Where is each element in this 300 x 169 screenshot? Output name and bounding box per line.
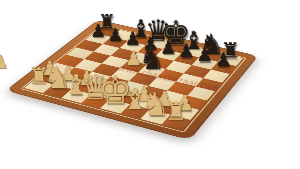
black-pawn-g7[interactable]: ♟ — [196, 46, 213, 65]
black-knight-e5[interactable]: ♞ — [139, 44, 165, 73]
chess-set-photo: ♟ www.chessbazaar.com ♜♝♛♚♝♞♜♟♟♟♟♟♟♟♟♞♟♟… — [0, 0, 300, 169]
offboard-white-pawn: ♟ — [0, 53, 8, 71]
black-pawn-b7[interactable]: ♟ — [107, 26, 123, 44]
black-pawn-h7[interactable]: ♟ — [215, 51, 232, 70]
black-pawn-f7[interactable]: ♟ — [178, 42, 195, 61]
black-pawn-a7[interactable]: ♟ — [90, 22, 106, 40]
white-rook-h1[interactable]: ♜ — [165, 100, 187, 125]
pieces-layer: ♜♝♛♚♝♞♜♟♟♟♟♟♟♟♟♞♟♟♟♟♟♟♟♟♜♞♝♛♚♝♞♜ — [0, 0, 300, 169]
